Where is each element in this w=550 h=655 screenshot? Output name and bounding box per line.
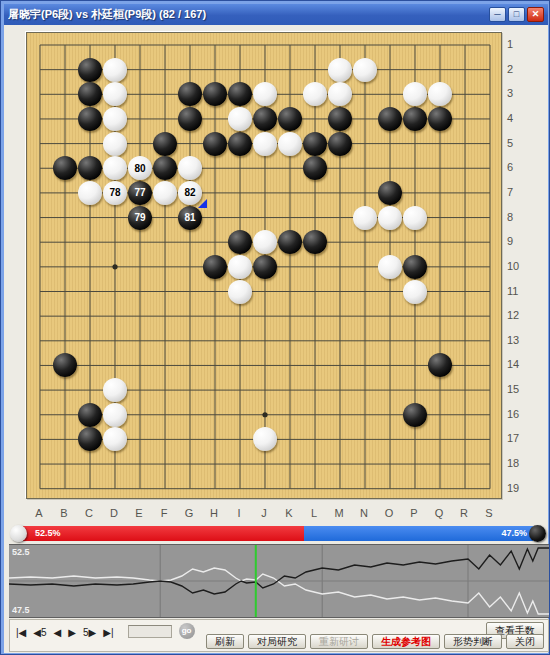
col-label-N: N (355, 507, 373, 519)
white-stone-P11[interactable] (403, 280, 427, 304)
col-label-B: B (55, 507, 73, 519)
graph-top-value: 52.5 (12, 547, 30, 557)
black-stone-Q4[interactable] (428, 107, 452, 131)
row-label-1: 1 (507, 38, 527, 50)
col-label-S: S (480, 507, 498, 519)
black-stone-icon (529, 525, 546, 542)
col-label-I: I (230, 507, 248, 519)
row-label-14: 14 (507, 358, 527, 370)
white-stone-D15[interactable] (103, 378, 127, 402)
black-stone-P10[interactable] (403, 255, 427, 279)
last-move-marker-icon (198, 199, 207, 208)
black-stone-H5[interactable] (203, 132, 227, 156)
nav-button-2[interactable]: ◀ (54, 627, 62, 638)
black-stone-E7[interactable]: 77 (128, 181, 152, 205)
action-button-4[interactable]: 形势判断 (444, 634, 502, 649)
row-label-13: 13 (507, 334, 527, 346)
white-stone-M2[interactable] (328, 58, 352, 82)
black-stone-P16[interactable] (403, 403, 427, 427)
black-stone-L5[interactable] (303, 132, 327, 156)
nav-button-5[interactable]: ▶| (103, 627, 113, 638)
col-label-K: K (280, 507, 298, 519)
row-label-9: 9 (507, 235, 527, 247)
black-stone-O4[interactable] (378, 107, 402, 131)
black-stone-K9[interactable] (278, 230, 302, 254)
control-panel: |◀◀5◀▶5▶▶| go 查看手数 刷新对局研究重新研讨生成参考图形势判断关闭 (9, 619, 549, 652)
white-stone-icon (10, 525, 27, 542)
go-board[interactable]: 777981807882 (26, 32, 502, 499)
white-stone-I10[interactable] (228, 255, 252, 279)
move-navigation: |◀◀5◀▶5▶▶| go (16, 623, 195, 639)
maximize-button[interactable]: □ (508, 7, 525, 22)
black-stone-E8[interactable]: 79 (128, 206, 152, 230)
row-label-2: 2 (507, 63, 527, 75)
black-stone-M5[interactable] (328, 132, 352, 156)
black-stone-C2[interactable] (78, 58, 102, 82)
row-label-5: 5 (507, 137, 527, 149)
black-stone-F5[interactable] (153, 132, 177, 156)
hoshi-point (262, 412, 267, 417)
col-label-E: E (130, 507, 148, 519)
row-label-3: 3 (507, 87, 527, 99)
white-winrate-label: 52.5% (35, 528, 61, 538)
row-label-15: 15 (507, 383, 527, 395)
nav-button-1[interactable]: ◀5 (33, 627, 46, 638)
hoshi-point (112, 264, 117, 269)
row-label-17: 17 (507, 432, 527, 444)
black-stone-K4[interactable] (278, 107, 302, 131)
white-stone-N2[interactable] (353, 58, 377, 82)
col-label-Q: Q (430, 507, 448, 519)
title-bar: 屠晓宇(P6段) vs 朴廷桓(P9段) (82 / 167) ─ □ ✕ (4, 4, 548, 25)
black-stone-M4[interactable] (328, 107, 352, 131)
white-stone-F7[interactable] (153, 181, 177, 205)
black-stone-C4[interactable] (78, 107, 102, 131)
minimize-button[interactable]: ─ (489, 7, 506, 22)
winrate-bar: 52.5% 47.5% (10, 525, 546, 541)
white-stone-D7[interactable]: 78 (103, 181, 127, 205)
go-app-window: 屠晓宇(P6段) vs 朴廷桓(P9段) (82 / 167) ─ □ ✕ 77… (0, 0, 550, 655)
black-winrate-segment: 47.5% (304, 526, 533, 541)
row-label-8: 8 (507, 211, 527, 223)
col-label-J: J (255, 507, 273, 519)
black-stone-P4[interactable] (403, 107, 427, 131)
white-stone-D2[interactable] (103, 58, 127, 82)
col-label-A: A (30, 507, 48, 519)
white-stone-P8[interactable] (403, 206, 427, 230)
white-stone-J9[interactable] (253, 230, 277, 254)
graph-bottom-value: 47.5 (12, 605, 30, 615)
black-stone-C16[interactable] (78, 403, 102, 427)
row-label-11: 11 (507, 285, 527, 297)
col-label-P: P (405, 507, 423, 519)
action-button-3[interactable]: 生成参考图 (372, 634, 440, 649)
col-label-O: O (380, 507, 398, 519)
row-label-4: 4 (507, 112, 527, 124)
main-surface: 777981807882 ABCDEFGHIJKLMNOPQRS 1234567… (4, 25, 548, 653)
col-label-H: H (205, 507, 223, 519)
col-label-L: L (305, 507, 323, 519)
nav-button-0[interactable]: |◀ (16, 627, 26, 638)
row-label-16: 16 (507, 408, 527, 420)
col-label-R: R (455, 507, 473, 519)
col-label-D: D (105, 507, 123, 519)
white-stone-D4[interactable] (103, 107, 127, 131)
white-stone-O10[interactable] (378, 255, 402, 279)
white-stone-O8[interactable] (378, 206, 402, 230)
row-label-18: 18 (507, 457, 527, 469)
row-label-12: 12 (507, 309, 527, 321)
white-stone-N8[interactable] (353, 206, 377, 230)
white-stone-D5[interactable] (103, 132, 127, 156)
black-stone-G4[interactable] (178, 107, 202, 131)
black-stone-O7[interactable] (378, 181, 402, 205)
close-button[interactable]: ✕ (527, 7, 544, 22)
go-button[interactable]: go (179, 623, 195, 639)
action-button-2[interactable]: 重新研讨 (310, 634, 368, 649)
white-stone-K5[interactable] (278, 132, 302, 156)
col-label-C: C (80, 507, 98, 519)
black-stone-G8[interactable]: 81 (178, 206, 202, 230)
row-label-10: 10 (507, 260, 527, 272)
action-button-1[interactable]: 对局研究 (248, 634, 306, 649)
window-title: 屠晓宇(P6段) vs 朴廷桓(P9段) (82 / 167) (8, 7, 487, 22)
white-stone-D16[interactable] (103, 403, 127, 427)
row-label-19: 19 (507, 482, 527, 494)
white-stone-J5[interactable] (253, 132, 277, 156)
black-stone-L9[interactable] (303, 230, 327, 254)
action-button-5[interactable]: 关闭 (506, 634, 544, 649)
white-winrate-segment: 52.5% (23, 526, 304, 541)
black-stone-J10[interactable] (253, 255, 277, 279)
white-stone-I11[interactable] (228, 280, 252, 304)
black-stone-H10[interactable] (203, 255, 227, 279)
move-number-input[interactable] (128, 625, 172, 638)
black-stone-J4[interactable] (253, 107, 277, 131)
col-label-F: F (155, 507, 173, 519)
col-label-M: M (330, 507, 348, 519)
col-label-G: G (180, 507, 198, 519)
white-stone-C7[interactable] (78, 181, 102, 205)
action-buttons: 刷新对局研究重新研讨生成参考图形势判断关闭 (206, 634, 544, 649)
row-label-7: 7 (507, 186, 527, 198)
white-stone-I4[interactable] (228, 107, 252, 131)
action-button-0[interactable]: 刷新 (206, 634, 244, 649)
black-stone-I5[interactable] (228, 132, 252, 156)
winrate-trend-graph[interactable]: 52.5 47.5 (9, 544, 549, 618)
black-winrate-label: 47.5% (501, 528, 527, 538)
row-label-6: 6 (507, 161, 527, 173)
nav-button-3[interactable]: ▶ (68, 627, 76, 638)
black-stone-I9[interactable] (228, 230, 252, 254)
nav-button-4[interactable]: 5▶ (83, 627, 96, 638)
